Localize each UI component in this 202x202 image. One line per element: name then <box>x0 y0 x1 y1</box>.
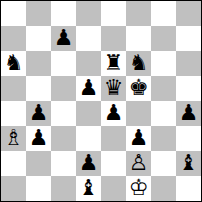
square-c8[interactable] <box>51 1 76 26</box>
square-c4[interactable] <box>51 101 76 126</box>
square-e8[interactable] <box>101 1 126 26</box>
square-e7[interactable] <box>101 26 126 51</box>
square-g5[interactable] <box>151 76 176 101</box>
square-a5[interactable] <box>1 76 26 101</box>
square-b7[interactable] <box>26 26 51 51</box>
square-a6[interactable]: ♞ <box>1 51 26 76</box>
square-g6[interactable] <box>151 51 176 76</box>
square-h7[interactable] <box>176 26 201 51</box>
square-g3[interactable] <box>151 126 176 151</box>
square-f6[interactable]: ♞ <box>126 51 151 76</box>
square-c2[interactable] <box>51 151 76 176</box>
square-h3[interactable] <box>176 126 201 151</box>
square-b4[interactable]: ♟ <box>26 101 51 126</box>
square-g4[interactable] <box>151 101 176 126</box>
black-knight-icon[interactable]: ♞ <box>129 51 149 75</box>
square-f8[interactable] <box>126 1 151 26</box>
black-pawn-icon[interactable]: ♟ <box>179 101 199 125</box>
black-pawn-icon[interactable]: ♟ <box>104 101 124 125</box>
square-h5[interactable] <box>176 76 201 101</box>
square-b3[interactable]: ♟ <box>26 126 51 151</box>
square-f5[interactable]: ♚ <box>126 76 151 101</box>
chess-diagram: ♟♞♜♞♟♛♚♟♟♟♗♟♟♟♙♝♝♔ <box>0 0 202 202</box>
square-c3[interactable] <box>51 126 76 151</box>
square-h8[interactable] <box>176 1 201 26</box>
square-d5[interactable]: ♟ <box>76 76 101 101</box>
square-c6[interactable] <box>51 51 76 76</box>
square-a2[interactable] <box>1 151 26 176</box>
chess-board: ♟♞♜♞♟♛♚♟♟♟♗♟♟♟♙♝♝♔ <box>0 0 202 202</box>
square-c7[interactable]: ♟ <box>51 26 76 51</box>
black-pawn-icon[interactable]: ♟ <box>79 151 99 175</box>
black-knight-icon[interactable]: ♞ <box>4 51 24 75</box>
square-a7[interactable] <box>1 26 26 51</box>
square-e4[interactable]: ♟ <box>101 101 126 126</box>
square-c5[interactable] <box>51 76 76 101</box>
black-pawn-icon[interactable]: ♟ <box>54 26 74 50</box>
square-d8[interactable] <box>76 1 101 26</box>
square-c1[interactable] <box>51 176 76 201</box>
black-pawn-icon[interactable]: ♟ <box>29 126 49 150</box>
square-b8[interactable] <box>26 1 51 26</box>
square-h2[interactable]: ♝ <box>176 151 201 176</box>
square-e5[interactable]: ♛ <box>101 76 126 101</box>
black-rook-icon[interactable]: ♜ <box>104 51 124 75</box>
square-h6[interactable] <box>176 51 201 76</box>
square-b1[interactable] <box>26 176 51 201</box>
square-b6[interactable] <box>26 51 51 76</box>
square-a3[interactable]: ♗ <box>1 126 26 151</box>
square-f4[interactable] <box>126 101 151 126</box>
white-pawn-icon[interactable]: ♙ <box>129 151 149 175</box>
square-g7[interactable] <box>151 26 176 51</box>
black-bishop-icon[interactable]: ♝ <box>79 176 99 200</box>
black-pawn-icon[interactable]: ♟ <box>29 101 49 125</box>
square-d6[interactable] <box>76 51 101 76</box>
square-g2[interactable] <box>151 151 176 176</box>
square-d4[interactable] <box>76 101 101 126</box>
black-bishop-icon[interactable]: ♝ <box>179 151 199 175</box>
black-king-icon[interactable]: ♚ <box>129 76 149 100</box>
square-g1[interactable] <box>151 176 176 201</box>
square-e3[interactable] <box>101 126 126 151</box>
white-bishop-icon[interactable]: ♗ <box>4 126 24 150</box>
square-f7[interactable] <box>126 26 151 51</box>
square-d2[interactable]: ♟ <box>76 151 101 176</box>
square-d7[interactable] <box>76 26 101 51</box>
black-pawn-icon[interactable]: ♟ <box>129 126 149 150</box>
square-b2[interactable] <box>26 151 51 176</box>
black-pawn-icon[interactable]: ♟ <box>79 76 99 100</box>
square-e1[interactable] <box>101 176 126 201</box>
square-h1[interactable] <box>176 176 201 201</box>
white-king-icon[interactable]: ♔ <box>129 176 149 200</box>
black-queen-icon[interactable]: ♛ <box>104 76 124 100</box>
square-f2[interactable]: ♙ <box>126 151 151 176</box>
square-d1[interactable]: ♝ <box>76 176 101 201</box>
square-f1[interactable]: ♔ <box>126 176 151 201</box>
square-a4[interactable] <box>1 101 26 126</box>
square-h4[interactable]: ♟ <box>176 101 201 126</box>
square-e2[interactable] <box>101 151 126 176</box>
square-d3[interactable] <box>76 126 101 151</box>
square-g8[interactable] <box>151 1 176 26</box>
square-a8[interactable] <box>1 1 26 26</box>
square-e6[interactable]: ♜ <box>101 51 126 76</box>
square-f3[interactable]: ♟ <box>126 126 151 151</box>
square-b5[interactable] <box>26 76 51 101</box>
square-a1[interactable] <box>1 176 26 201</box>
